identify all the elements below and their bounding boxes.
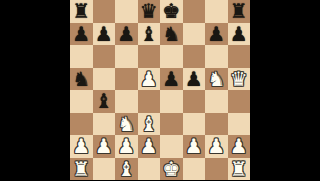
square-b7[interactable]: ♟: [93, 23, 116, 46]
white-pawn-d5[interactable]: ♟: [140, 68, 158, 90]
chessboard[interactable]: ♜♛♚♜♟♟♟♝♞♟♟♞♟♟♟♞♛♝♞♝♟♟♟♟♟♟♟♜♝♚♜: [70, 0, 250, 180]
white-bishop-d3[interactable]: ♝: [140, 113, 158, 135]
black-bishop-d7[interactable]: ♝: [140, 23, 158, 45]
square-h7[interactable]: ♟: [228, 23, 251, 46]
square-f7[interactable]: [183, 23, 206, 46]
square-d8[interactable]: ♛: [138, 0, 161, 23]
square-e4[interactable]: [160, 90, 183, 113]
square-a2[interactable]: ♟: [70, 135, 93, 158]
white-knight-c3[interactable]: ♞: [117, 113, 135, 135]
square-a5[interactable]: ♞: [70, 68, 93, 91]
black-pawn-e5[interactable]: ♟: [162, 68, 180, 90]
square-a6[interactable]: [70, 45, 93, 68]
square-h6[interactable]: [228, 45, 251, 68]
black-pawn-h7[interactable]: ♟: [230, 23, 248, 45]
square-d2[interactable]: ♟: [138, 135, 161, 158]
square-g8[interactable]: [205, 0, 228, 23]
square-d7[interactable]: ♝: [138, 23, 161, 46]
letterbox-right: [250, 0, 320, 180]
square-g1[interactable]: [205, 158, 228, 181]
square-e6[interactable]: [160, 45, 183, 68]
square-h1[interactable]: ♜: [228, 158, 251, 181]
square-f3[interactable]: [183, 113, 206, 136]
white-pawn-c2[interactable]: ♟: [117, 135, 135, 157]
square-a4[interactable]: [70, 90, 93, 113]
square-c8[interactable]: [115, 0, 138, 23]
square-e2[interactable]: [160, 135, 183, 158]
white-pawn-g2[interactable]: ♟: [207, 135, 225, 157]
white-rook-a1[interactable]: ♜: [72, 158, 90, 180]
square-b2[interactable]: ♟: [93, 135, 116, 158]
square-b6[interactable]: [93, 45, 116, 68]
square-h3[interactable]: [228, 113, 251, 136]
square-e3[interactable]: [160, 113, 183, 136]
white-pawn-f2[interactable]: ♟: [185, 135, 203, 157]
square-b8[interactable]: [93, 0, 116, 23]
white-pawn-a2[interactable]: ♟: [72, 135, 90, 157]
square-f6[interactable]: [183, 45, 206, 68]
letterbox-left: [0, 0, 70, 180]
square-a8[interactable]: ♜: [70, 0, 93, 23]
black-rook-a8[interactable]: ♜: [72, 0, 90, 22]
square-h4[interactable]: [228, 90, 251, 113]
white-knight-g5[interactable]: ♞: [207, 68, 225, 90]
square-a3[interactable]: [70, 113, 93, 136]
square-d3[interactable]: ♝: [138, 113, 161, 136]
square-e1[interactable]: ♚: [160, 158, 183, 181]
square-b3[interactable]: [93, 113, 116, 136]
black-rook-h8[interactable]: ♜: [230, 0, 248, 22]
white-pawn-b2[interactable]: ♟: [95, 135, 113, 157]
square-g5[interactable]: ♞: [205, 68, 228, 91]
square-e7[interactable]: ♞: [160, 23, 183, 46]
square-a7[interactable]: ♟: [70, 23, 93, 46]
screenshot-root: ♜♛♚♜♟♟♟♝♞♟♟♞♟♟♟♞♛♝♞♝♟♟♟♟♟♟♟♜♝♚♜: [0, 0, 320, 180]
square-g2[interactable]: ♟: [205, 135, 228, 158]
black-pawn-b7[interactable]: ♟: [95, 23, 113, 45]
white-rook-h1[interactable]: ♜: [230, 158, 248, 180]
black-bishop-b4[interactable]: ♝: [95, 90, 113, 112]
white-bishop-c1[interactable]: ♝: [117, 158, 135, 180]
square-c1[interactable]: ♝: [115, 158, 138, 181]
black-pawn-a7[interactable]: ♟: [72, 23, 90, 45]
square-d6[interactable]: [138, 45, 161, 68]
black-knight-a5[interactable]: ♞: [72, 68, 90, 90]
square-c2[interactable]: ♟: [115, 135, 138, 158]
square-c6[interactable]: [115, 45, 138, 68]
square-h5[interactable]: ♛: [228, 68, 251, 91]
square-g7[interactable]: ♟: [205, 23, 228, 46]
square-f5[interactable]: ♟: [183, 68, 206, 91]
square-d5[interactable]: ♟: [138, 68, 161, 91]
white-pawn-h2[interactable]: ♟: [230, 135, 248, 157]
square-c4[interactable]: [115, 90, 138, 113]
black-king-e8[interactable]: ♚: [162, 0, 180, 22]
square-c3[interactable]: ♞: [115, 113, 138, 136]
square-d4[interactable]: [138, 90, 161, 113]
square-g3[interactable]: [205, 113, 228, 136]
black-queen-d8[interactable]: ♛: [140, 0, 158, 22]
black-pawn-c7[interactable]: ♟: [117, 23, 135, 45]
black-pawn-f5[interactable]: ♟: [185, 68, 203, 90]
square-c5[interactable]: [115, 68, 138, 91]
white-king-e1[interactable]: ♚: [162, 158, 180, 180]
square-b5[interactable]: [93, 68, 116, 91]
white-queen-h5[interactable]: ♛: [230, 68, 248, 90]
white-pawn-d2[interactable]: ♟: [140, 135, 158, 157]
black-pawn-g7[interactable]: ♟: [207, 23, 225, 45]
square-g4[interactable]: [205, 90, 228, 113]
square-f8[interactable]: [183, 0, 206, 23]
square-h8[interactable]: ♜: [228, 0, 251, 23]
black-knight-e7[interactable]: ♞: [162, 23, 180, 45]
square-a1[interactable]: ♜: [70, 158, 93, 181]
square-e8[interactable]: ♚: [160, 0, 183, 23]
square-f1[interactable]: [183, 158, 206, 181]
square-f2[interactable]: ♟: [183, 135, 206, 158]
square-c7[interactable]: ♟: [115, 23, 138, 46]
square-b4[interactable]: ♝: [93, 90, 116, 113]
square-h2[interactable]: ♟: [228, 135, 251, 158]
square-f4[interactable]: [183, 90, 206, 113]
square-e5[interactable]: ♟: [160, 68, 183, 91]
square-g6[interactable]: [205, 45, 228, 68]
square-d1[interactable]: [138, 158, 161, 181]
square-b1[interactable]: [93, 158, 116, 181]
